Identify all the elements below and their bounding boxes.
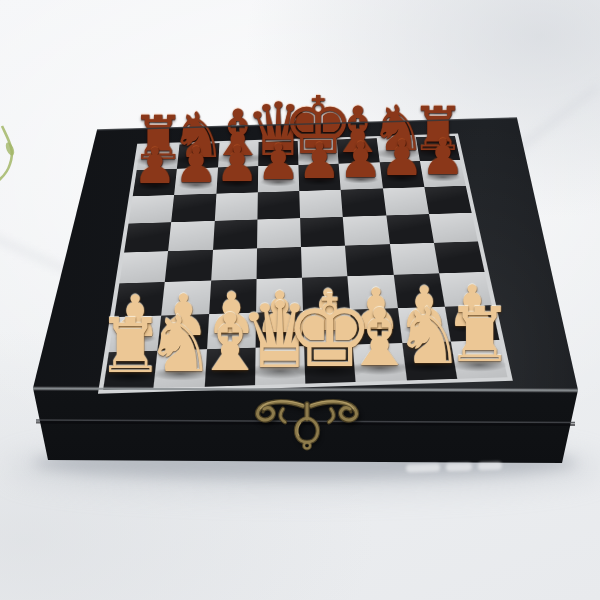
piece-black-pawn-e7[interactable]: ♟ <box>298 138 342 187</box>
piece-black-pawn-h7[interactable]: ♟ <box>421 134 465 183</box>
square-h5[interactable] <box>429 213 478 243</box>
square-e4[interactable] <box>301 246 348 278</box>
piece-black-pawn-b7[interactable]: ♟ <box>174 142 218 191</box>
piece-black-pawn-c7[interactable]: ♟ <box>215 141 259 190</box>
square-a5[interactable] <box>124 222 171 252</box>
square-c4[interactable] <box>211 248 257 280</box>
plant-sprig-icon <box>0 126 16 180</box>
square-c5[interactable] <box>213 219 258 249</box>
square-d5[interactable] <box>257 218 301 248</box>
square-g4[interactable] <box>389 243 438 275</box>
square-e5[interactable] <box>300 217 345 247</box>
square-b6[interactable] <box>171 193 216 222</box>
piece-black-pawn-f7[interactable]: ♟ <box>339 137 383 186</box>
square-d6[interactable] <box>257 191 300 220</box>
square-f5[interactable] <box>343 215 389 245</box>
square-a6[interactable] <box>129 195 175 224</box>
square-b4[interactable] <box>165 250 213 282</box>
photo-background: ♜♞♝♛♚♝♞♜♟♟♟♟♟♟♟♟♟♟♟♟♟♟♟♟♜♞♝♛♚♝♞♜ <box>0 0 600 600</box>
square-f4[interactable] <box>345 244 393 276</box>
piece-black-pawn-d7[interactable]: ♟ <box>256 139 300 188</box>
square-a4[interactable] <box>119 251 168 283</box>
square-h6[interactable] <box>424 186 472 214</box>
square-g6[interactable] <box>382 187 428 215</box>
square-h4[interactable] <box>434 241 485 273</box>
square-f6[interactable] <box>341 188 386 217</box>
square-g5[interactable] <box>386 214 434 244</box>
piece-black-pawn-a7[interactable]: ♟ <box>133 143 177 192</box>
piece-white-rook-h1[interactable]: ♜ <box>445 298 513 374</box>
square-e6[interactable] <box>299 189 343 218</box>
square-b5[interactable] <box>168 221 214 251</box>
square-c6[interactable] <box>214 192 257 221</box>
piece-black-pawn-g7[interactable]: ♟ <box>380 135 424 184</box>
